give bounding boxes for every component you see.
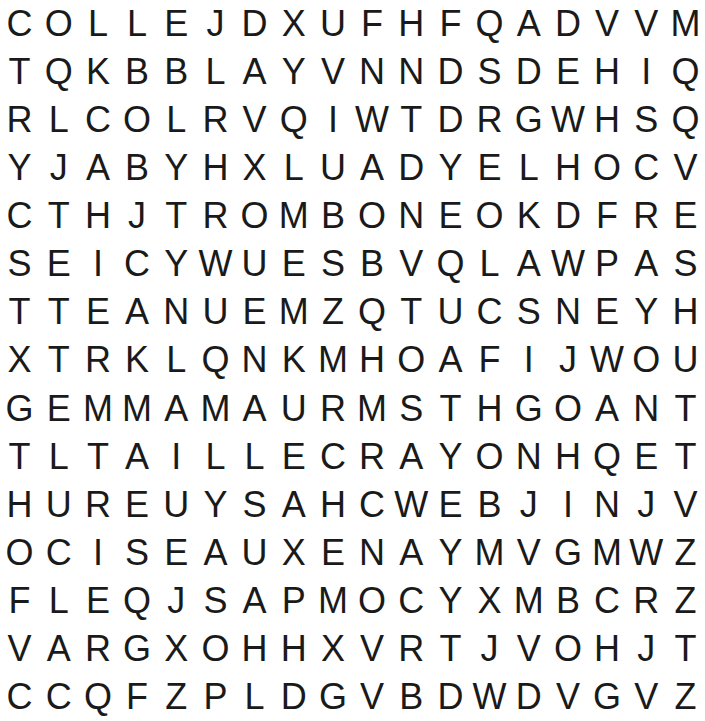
grid-cell[interactable]: E <box>666 192 705 240</box>
grid-cell[interactable]: Y <box>157 240 196 288</box>
grid-cell[interactable]: E <box>431 481 470 529</box>
grid-cell[interactable]: C <box>39 673 78 721</box>
grid-cell[interactable]: K <box>509 192 548 240</box>
grid-cell[interactable]: W <box>353 96 392 144</box>
grid-cell[interactable]: K <box>274 336 313 384</box>
grid-cell[interactable]: R <box>78 481 117 529</box>
grid-cell[interactable]: L <box>39 433 78 481</box>
grid-cell[interactable]: B <box>313 192 352 240</box>
grid-cell[interactable]: L <box>118 0 157 48</box>
grid-cell[interactable]: B <box>157 48 196 96</box>
grid-cell[interactable]: S <box>235 481 274 529</box>
grid-cell[interactable]: O <box>470 192 509 240</box>
grid-cell[interactable]: R <box>627 577 666 625</box>
grid-cell[interactable]: E <box>39 240 78 288</box>
grid-cell[interactable]: A <box>509 240 548 288</box>
grid-cell[interactable]: Y <box>431 433 470 481</box>
grid-cell[interactable]: E <box>78 288 117 336</box>
grid-cell[interactable]: Q <box>78 673 117 721</box>
grid-cell[interactable]: O <box>235 192 274 240</box>
grid-cell[interactable]: T <box>431 385 470 433</box>
grid-cell[interactable]: M <box>588 529 627 577</box>
grid-cell[interactable]: V <box>313 48 352 96</box>
grid-cell[interactable]: Y <box>627 288 666 336</box>
grid-cell[interactable]: Y <box>0 144 39 192</box>
grid-cell[interactable]: A <box>157 385 196 433</box>
grid-cell[interactable]: O <box>627 336 666 384</box>
grid-cell[interactable]: E <box>157 0 196 48</box>
grid-cell[interactable]: Y <box>196 481 235 529</box>
grid-cell[interactable]: S <box>313 240 352 288</box>
grid-cell[interactable]: U <box>157 481 196 529</box>
grid-cell[interactable]: A <box>392 529 431 577</box>
grid-cell[interactable]: H <box>353 336 392 384</box>
grid-cell[interactable]: N <box>392 192 431 240</box>
grid-cell[interactable]: V <box>509 625 548 673</box>
grid-cell[interactable]: X <box>274 0 313 48</box>
grid-cell[interactable]: D <box>392 144 431 192</box>
grid-cell[interactable]: O <box>548 385 587 433</box>
grid-cell[interactable]: A <box>78 144 117 192</box>
grid-cell[interactable]: J <box>470 625 509 673</box>
grid-cell[interactable]: S <box>509 288 548 336</box>
grid-cell[interactable]: J <box>627 481 666 529</box>
grid-cell[interactable]: B <box>118 48 157 96</box>
grid-cell[interactable]: A <box>118 288 157 336</box>
grid-cell[interactable]: H <box>78 192 117 240</box>
grid-cell[interactable]: T <box>78 433 117 481</box>
grid-cell[interactable]: A <box>509 0 548 48</box>
grid-cell[interactable]: Q <box>39 48 78 96</box>
grid-cell[interactable]: J <box>627 625 666 673</box>
grid-cell[interactable]: E <box>78 577 117 625</box>
grid-cell[interactable]: W <box>548 96 587 144</box>
grid-cell[interactable]: J <box>509 481 548 529</box>
grid-cell[interactable]: N <box>627 385 666 433</box>
grid-cell[interactable]: L <box>157 96 196 144</box>
grid-cell[interactable]: C <box>39 529 78 577</box>
grid-cell[interactable]: O <box>353 192 392 240</box>
grid-cell[interactable]: N <box>588 481 627 529</box>
grid-cell[interactable]: O <box>392 336 431 384</box>
grid-cell[interactable]: I <box>78 240 117 288</box>
grid-cell[interactable]: Z <box>666 529 705 577</box>
grid-cell[interactable]: T <box>0 288 39 336</box>
grid-cell[interactable]: G <box>548 529 587 577</box>
grid-cell[interactable]: V <box>235 96 274 144</box>
grid-cell[interactable]: T <box>392 96 431 144</box>
grid-cell[interactable]: F <box>431 0 470 48</box>
grid-cell[interactable]: R <box>627 192 666 240</box>
grid-cell[interactable]: R <box>353 433 392 481</box>
grid-cell[interactable]: M <box>196 385 235 433</box>
grid-cell[interactable]: D <box>548 192 587 240</box>
grid-cell[interactable]: L <box>235 433 274 481</box>
grid-cell[interactable]: N <box>157 288 196 336</box>
grid-cell[interactable]: C <box>588 577 627 625</box>
grid-cell[interactable]: N <box>509 433 548 481</box>
grid-cell[interactable]: D <box>548 0 587 48</box>
grid-cell[interactable]: V <box>509 529 548 577</box>
grid-cell[interactable]: H <box>666 288 705 336</box>
grid-cell[interactable]: V <box>627 673 666 721</box>
grid-cell[interactable]: V <box>0 625 39 673</box>
grid-cell[interactable]: T <box>0 433 39 481</box>
grid-cell[interactable]: H <box>235 625 274 673</box>
grid-cell[interactable]: X <box>0 336 39 384</box>
grid-cell[interactable]: Q <box>196 336 235 384</box>
grid-cell[interactable]: S <box>392 385 431 433</box>
grid-cell[interactable]: D <box>431 673 470 721</box>
grid-cell[interactable]: I <box>627 48 666 96</box>
grid-cell[interactable]: V <box>627 0 666 48</box>
grid-cell[interactable]: A <box>431 336 470 384</box>
grid-cell[interactable]: H <box>274 625 313 673</box>
grid-cell[interactable]: M <box>509 577 548 625</box>
grid-cell[interactable]: T <box>392 288 431 336</box>
grid-cell[interactable]: L <box>470 240 509 288</box>
grid-cell[interactable]: E <box>274 240 313 288</box>
grid-cell[interactable]: E <box>118 481 157 529</box>
grid-cell[interactable]: S <box>470 48 509 96</box>
grid-cell[interactable]: J <box>39 144 78 192</box>
grid-cell[interactable]: M <box>666 0 705 48</box>
grid-cell[interactable]: L <box>157 336 196 384</box>
grid-cell[interactable]: Z <box>666 673 705 721</box>
grid-cell[interactable]: L <box>196 48 235 96</box>
grid-cell[interactable]: E <box>313 529 352 577</box>
grid-cell[interactable]: J <box>196 0 235 48</box>
grid-cell[interactable]: H <box>588 48 627 96</box>
grid-cell[interactable]: X <box>274 529 313 577</box>
grid-cell[interactable]: L <box>78 0 117 48</box>
grid-cell[interactable]: W <box>588 336 627 384</box>
grid-cell[interactable]: C <box>0 0 39 48</box>
grid-cell[interactable]: F <box>118 673 157 721</box>
grid-cell[interactable]: D <box>509 673 548 721</box>
grid-cell[interactable]: M <box>470 529 509 577</box>
grid-cell[interactable]: W <box>392 481 431 529</box>
grid-cell[interactable]: N <box>353 529 392 577</box>
grid-cell[interactable]: V <box>548 673 587 721</box>
grid-cell[interactable]: U <box>235 529 274 577</box>
grid-cell[interactable]: B <box>353 240 392 288</box>
grid-cell[interactable]: E <box>157 529 196 577</box>
grid-cell[interactable]: U <box>313 144 352 192</box>
grid-cell[interactable]: Q <box>353 288 392 336</box>
grid-cell[interactable]: S <box>196 577 235 625</box>
grid-cell[interactable]: L <box>509 144 548 192</box>
grid-cell[interactable]: H <box>548 433 587 481</box>
grid-cell[interactable]: U <box>666 336 705 384</box>
grid-cell[interactable]: V <box>392 240 431 288</box>
grid-cell[interactable]: R <box>196 96 235 144</box>
grid-cell[interactable]: M <box>78 385 117 433</box>
grid-cell[interactable]: B <box>118 144 157 192</box>
grid-cell[interactable]: W <box>470 673 509 721</box>
grid-cell[interactable]: T <box>431 625 470 673</box>
grid-cell[interactable]: X <box>313 625 352 673</box>
grid-cell[interactable]: R <box>470 96 509 144</box>
grid-cell[interactable]: O <box>588 144 627 192</box>
grid-cell[interactable]: M <box>274 288 313 336</box>
grid-cell[interactable]: D <box>235 0 274 48</box>
grid-cell[interactable]: M <box>353 385 392 433</box>
grid-cell[interactable]: M <box>313 336 352 384</box>
grid-cell[interactable]: A <box>392 433 431 481</box>
grid-cell[interactable]: W <box>196 240 235 288</box>
grid-cell[interactable]: Z <box>666 577 705 625</box>
grid-cell[interactable]: E <box>274 433 313 481</box>
grid-cell[interactable]: S <box>0 240 39 288</box>
grid-cell[interactable]: C <box>78 96 117 144</box>
grid-cell[interactable]: O <box>118 96 157 144</box>
grid-cell[interactable]: R <box>78 336 117 384</box>
grid-cell[interactable]: G <box>509 385 548 433</box>
grid-cell[interactable]: S <box>666 240 705 288</box>
grid-cell[interactable]: U <box>313 0 352 48</box>
grid-cell[interactable]: U <box>196 288 235 336</box>
grid-cell[interactable]: A <box>235 385 274 433</box>
grid-cell[interactable]: Y <box>274 48 313 96</box>
grid-cell[interactable]: E <box>39 385 78 433</box>
grid-cell[interactable]: D <box>274 673 313 721</box>
grid-cell[interactable]: S <box>118 529 157 577</box>
grid-cell[interactable]: T <box>666 385 705 433</box>
grid-cell[interactable]: C <box>118 240 157 288</box>
grid-cell[interactable]: L <box>274 144 313 192</box>
grid-cell[interactable]: O <box>196 625 235 673</box>
grid-cell[interactable]: T <box>157 192 196 240</box>
grid-cell[interactable]: A <box>39 625 78 673</box>
grid-cell[interactable]: A <box>235 577 274 625</box>
grid-cell[interactable]: Z <box>157 673 196 721</box>
grid-cell[interactable]: T <box>39 336 78 384</box>
grid-cell[interactable]: I <box>157 433 196 481</box>
grid-cell[interactable]: G <box>509 96 548 144</box>
grid-cell[interactable]: F <box>353 0 392 48</box>
grid-cell[interactable]: I <box>313 96 352 144</box>
grid-cell[interactable]: V <box>666 481 705 529</box>
grid-cell[interactable]: C <box>392 577 431 625</box>
grid-cell[interactable]: R <box>392 625 431 673</box>
grid-cell[interactable]: R <box>0 96 39 144</box>
grid-cell[interactable]: P <box>274 577 313 625</box>
grid-cell[interactable]: A <box>588 385 627 433</box>
word-search-page: COLLEJDXUFHFQADVVMTQKBBLAYVNNDSDEHIQRLCO… <box>0 0 705 721</box>
grid-cell[interactable]: B <box>392 673 431 721</box>
grid-cell[interactable]: M <box>313 577 352 625</box>
grid-cell[interactable]: E <box>431 192 470 240</box>
grid-cell[interactable]: O <box>548 625 587 673</box>
grid-cell[interactable]: P <box>588 240 627 288</box>
grid-cell[interactable]: S <box>627 96 666 144</box>
grid-cell[interactable]: Q <box>431 240 470 288</box>
grid-cell[interactable]: E <box>548 48 587 96</box>
grid-cell[interactable]: T <box>666 625 705 673</box>
grid-cell[interactable]: B <box>548 577 587 625</box>
grid-cell[interactable]: E <box>588 288 627 336</box>
grid-cell[interactable]: H <box>0 481 39 529</box>
grid-cell[interactable]: F <box>588 192 627 240</box>
grid-cell[interactable]: U <box>235 240 274 288</box>
grid-cell[interactable]: E <box>470 144 509 192</box>
grid-cell[interactable]: H <box>313 481 352 529</box>
grid-cell[interactable]: V <box>353 673 392 721</box>
grid-cell[interactable]: C <box>470 288 509 336</box>
grid-cell[interactable]: H <box>196 144 235 192</box>
grid-cell[interactable]: E <box>235 288 274 336</box>
grid-cell[interactable]: K <box>118 336 157 384</box>
grid-cell[interactable]: D <box>509 48 548 96</box>
grid-cell[interactable]: H <box>548 144 587 192</box>
grid-cell[interactable]: H <box>470 385 509 433</box>
grid-cell[interactable]: W <box>627 529 666 577</box>
word-search-grid: COLLEJDXUFHFQADVVMTQKBBLAYVNNDSDEHIQRLCO… <box>0 0 705 721</box>
grid-cell[interactable]: U <box>431 288 470 336</box>
grid-cell[interactable]: N <box>353 48 392 96</box>
grid-cell[interactable]: B <box>470 481 509 529</box>
grid-cell[interactable]: M <box>274 192 313 240</box>
grid-cell[interactable]: V <box>588 0 627 48</box>
grid-cell[interactable]: D <box>431 96 470 144</box>
grid-cell[interactable]: R <box>196 192 235 240</box>
grid-cell[interactable]: P <box>196 673 235 721</box>
grid-cell[interactable]: I <box>548 481 587 529</box>
grid-cell[interactable]: C <box>627 144 666 192</box>
grid-cell[interactable]: G <box>0 385 39 433</box>
grid-cell[interactable]: J <box>118 192 157 240</box>
grid-cell[interactable]: E <box>627 433 666 481</box>
grid-cell[interactable]: W <box>548 240 587 288</box>
grid-cell[interactable]: V <box>666 144 705 192</box>
grid-cell[interactable]: Y <box>431 529 470 577</box>
grid-cell[interactable]: Q <box>666 48 705 96</box>
grid-cell[interactable]: U <box>39 481 78 529</box>
grid-cell[interactable]: H <box>588 96 627 144</box>
grid-cell[interactable]: I <box>78 529 117 577</box>
grid-cell[interactable]: V <box>353 625 392 673</box>
grid-cell[interactable]: O <box>0 529 39 577</box>
grid-cell[interactable]: G <box>313 673 352 721</box>
grid-cell[interactable]: J <box>157 577 196 625</box>
grid-cell[interactable]: L <box>196 433 235 481</box>
grid-cell[interactable]: N <box>392 48 431 96</box>
grid-cell[interactable]: T <box>666 433 705 481</box>
grid-cell[interactable]: A <box>118 433 157 481</box>
grid-cell[interactable]: G <box>588 673 627 721</box>
grid-cell[interactable]: J <box>548 336 587 384</box>
grid-cell[interactable]: X <box>470 577 509 625</box>
grid-cell[interactable]: R <box>78 625 117 673</box>
grid-cell[interactable]: A <box>196 529 235 577</box>
grid-cell[interactable]: T <box>39 192 78 240</box>
grid-cell[interactable]: O <box>470 433 509 481</box>
grid-cell[interactable]: H <box>588 625 627 673</box>
grid-cell[interactable]: M <box>118 385 157 433</box>
grid-cell[interactable]: Q <box>274 96 313 144</box>
grid-cell[interactable]: Q <box>666 96 705 144</box>
grid-cell[interactable]: O <box>353 577 392 625</box>
grid-cell[interactable]: N <box>235 336 274 384</box>
grid-cell[interactable]: K <box>78 48 117 96</box>
grid-cell[interactable]: C <box>0 673 39 721</box>
grid-cell[interactable]: T <box>0 48 39 96</box>
grid-cell[interactable]: H <box>392 0 431 48</box>
grid-cell[interactable]: F <box>0 577 39 625</box>
grid-cell[interactable]: Y <box>431 577 470 625</box>
grid-cell[interactable]: L <box>235 673 274 721</box>
grid-cell[interactable]: X <box>235 144 274 192</box>
grid-cell[interactable]: A <box>235 48 274 96</box>
grid-cell[interactable]: F <box>470 336 509 384</box>
grid-cell[interactable]: A <box>274 481 313 529</box>
grid-cell[interactable]: A <box>627 240 666 288</box>
grid-cell[interactable]: Y <box>431 144 470 192</box>
grid-cell[interactable]: Y <box>157 144 196 192</box>
grid-cell[interactable]: L <box>39 96 78 144</box>
grid-cell[interactable]: Z <box>313 288 352 336</box>
grid-cell[interactable]: D <box>431 48 470 96</box>
grid-cell[interactable]: O <box>39 0 78 48</box>
grid-cell[interactable]: Q <box>588 433 627 481</box>
grid-cell[interactable]: U <box>274 385 313 433</box>
grid-cell[interactable]: I <box>509 336 548 384</box>
grid-cell[interactable]: N <box>548 288 587 336</box>
grid-cell[interactable]: Q <box>118 577 157 625</box>
grid-cell[interactable]: Q <box>470 0 509 48</box>
grid-cell[interactable]: T <box>39 288 78 336</box>
grid-cell[interactable]: C <box>0 192 39 240</box>
grid-cell[interactable]: C <box>353 481 392 529</box>
grid-cell[interactable]: G <box>118 625 157 673</box>
grid-cell[interactable]: R <box>313 385 352 433</box>
grid-cell[interactable]: C <box>313 433 352 481</box>
grid-cell[interactable]: A <box>353 144 392 192</box>
grid-cell[interactable]: X <box>157 625 196 673</box>
grid-cell[interactable]: L <box>39 577 78 625</box>
